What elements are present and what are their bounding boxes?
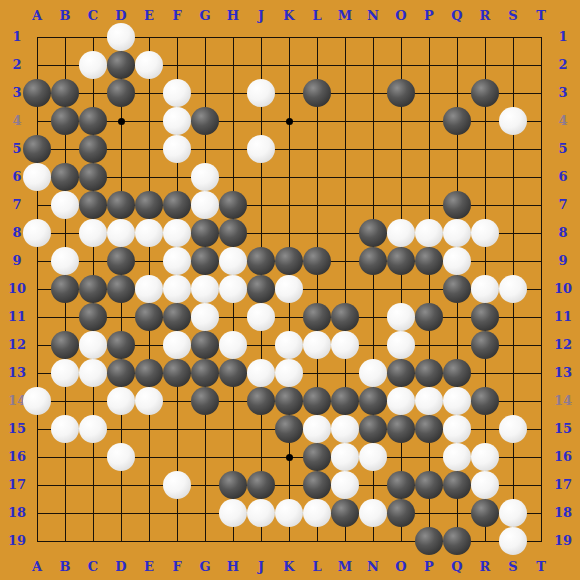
column-label-bottom: A [23,559,51,574]
column-label-top: N [359,8,387,23]
stone-white[interactable] [387,387,415,415]
stone-white[interactable] [163,331,191,359]
column-label-top: F [163,8,191,23]
stone-black[interactable] [275,247,303,275]
stone-black[interactable] [303,387,331,415]
column-label-bottom: T [527,559,555,574]
stone-black[interactable] [135,359,163,387]
stone-white[interactable] [331,471,359,499]
stone-black[interactable] [443,527,471,555]
stone-black[interactable] [163,359,191,387]
row-label-right: 11 [552,308,574,326]
row-label-left: 4 [6,112,28,130]
stone-black[interactable] [387,415,415,443]
stone-black[interactable] [387,247,415,275]
stone-white[interactable] [247,135,275,163]
stone-black[interactable] [387,359,415,387]
stone-black[interactable] [247,247,275,275]
stone-black[interactable] [387,79,415,107]
row-label-right: 10 [552,280,574,298]
stone-black[interactable] [51,163,79,191]
stone-white[interactable] [191,275,219,303]
stone-black[interactable] [387,499,415,527]
row-label-right: 1 [552,28,574,46]
stone-white[interactable] [443,219,471,247]
stone-white[interactable] [191,303,219,331]
stone-white[interactable] [163,471,191,499]
stone-black[interactable] [107,191,135,219]
stone-black[interactable] [79,275,107,303]
stone-black[interactable] [415,247,443,275]
stone-white[interactable] [107,443,135,471]
stone-white[interactable] [163,219,191,247]
column-label-bottom: K [275,559,303,574]
stone-black[interactable] [303,303,331,331]
stone-black[interactable] [163,303,191,331]
row-label-right: 4 [552,112,574,130]
stone-black[interactable] [79,107,107,135]
stone-white[interactable] [499,499,527,527]
column-label-bottom: Q [443,559,471,574]
row-label-right: 19 [552,532,574,550]
column-label-bottom: N [359,559,387,574]
row-label-left: 13 [6,364,28,382]
column-label-top: O [387,8,415,23]
stone-black[interactable] [275,387,303,415]
stone-black[interactable] [359,247,387,275]
row-label-right: 12 [552,336,574,354]
stone-white[interactable] [191,163,219,191]
stone-white[interactable] [303,415,331,443]
column-label-top: A [23,8,51,23]
star-point [286,118,293,125]
stone-black[interactable] [331,303,359,331]
column-label-top: G [191,8,219,23]
row-label-left: 10 [6,280,28,298]
stone-white[interactable] [443,247,471,275]
stone-white[interactable] [247,79,275,107]
stone-black[interactable] [79,303,107,331]
stone-black[interactable] [471,499,499,527]
stone-black[interactable] [135,303,163,331]
column-label-top: P [415,8,443,23]
stone-white[interactable] [275,275,303,303]
stone-white[interactable] [247,303,275,331]
row-label-left: 7 [6,196,28,214]
stone-white[interactable] [191,191,219,219]
stone-white[interactable] [443,415,471,443]
stone-black[interactable] [471,387,499,415]
stone-black[interactable] [415,303,443,331]
stone-black[interactable] [471,331,499,359]
stone-white[interactable] [303,499,331,527]
stone-black[interactable] [107,359,135,387]
stone-black[interactable] [107,275,135,303]
stone-black[interactable] [303,443,331,471]
stone-white[interactable] [163,107,191,135]
stone-black[interactable] [107,247,135,275]
stone-white[interactable] [387,331,415,359]
stone-black[interactable] [163,191,191,219]
column-label-top: R [471,8,499,23]
stone-black[interactable] [219,219,247,247]
row-label-right: 3 [552,84,574,102]
star-point [286,454,293,461]
stone-white[interactable] [163,135,191,163]
stone-black[interactable] [191,331,219,359]
column-label-bottom: B [51,559,79,574]
row-label-left: 12 [6,336,28,354]
stone-white[interactable] [219,331,247,359]
column-label-bottom: O [387,559,415,574]
column-label-top: Q [443,8,471,23]
stone-black[interactable] [443,107,471,135]
stone-white[interactable] [275,499,303,527]
row-label-left: 11 [6,308,28,326]
stone-white[interactable] [23,387,51,415]
row-label-right: 5 [552,140,574,158]
stone-white[interactable] [415,387,443,415]
row-label-left: 15 [6,420,28,438]
row-label-left: 2 [6,56,28,74]
stone-white[interactable] [23,163,51,191]
stone-black[interactable] [51,275,79,303]
stone-black[interactable] [359,415,387,443]
stone-white[interactable] [107,219,135,247]
stone-black[interactable] [79,163,107,191]
stone-white[interactable] [471,471,499,499]
stone-white[interactable] [135,51,163,79]
stone-black[interactable] [359,219,387,247]
stone-white[interactable] [275,359,303,387]
stone-white[interactable] [471,275,499,303]
go-board[interactable]: AABBCCDDEEFFGGHHJJKKLLMMNNOOPPQQRRSSTT11… [0,0,580,580]
stone-black[interactable] [191,247,219,275]
row-label-left: 1 [6,28,28,46]
column-label-bottom: P [415,559,443,574]
stone-black[interactable] [331,387,359,415]
stone-black[interactable] [79,135,107,163]
stone-black[interactable] [107,331,135,359]
column-label-bottom: G [191,559,219,574]
stone-white[interactable] [303,331,331,359]
row-label-right: 18 [552,504,574,522]
stone-white[interactable] [163,275,191,303]
stone-black[interactable] [303,79,331,107]
stone-black[interactable] [191,107,219,135]
stone-black[interactable] [191,359,219,387]
column-label-top: J [247,8,275,23]
column-label-bottom: D [107,559,135,574]
stone-black[interactable] [51,331,79,359]
column-label-top: M [331,8,359,23]
stone-white[interactable] [387,219,415,247]
stone-black[interactable] [107,79,135,107]
stone-white[interactable] [331,443,359,471]
column-label-top: C [79,8,107,23]
stone-black[interactable] [415,415,443,443]
stone-black[interactable] [247,387,275,415]
stone-white[interactable] [79,359,107,387]
stone-white[interactable] [499,415,527,443]
row-label-right: 17 [552,476,574,494]
stone-white[interactable] [415,219,443,247]
column-label-top: E [135,8,163,23]
stone-white[interactable] [359,443,387,471]
column-label-top: B [51,8,79,23]
stone-white[interactable] [499,107,527,135]
stone-white[interactable] [219,247,247,275]
stone-black[interactable] [443,359,471,387]
stone-black[interactable] [219,471,247,499]
stone-black[interactable] [51,79,79,107]
stone-white[interactable] [107,23,135,51]
column-label-bottom: C [79,559,107,574]
stone-white[interactable] [219,499,247,527]
stone-black[interactable] [415,471,443,499]
stone-white[interactable] [331,415,359,443]
stone-white[interactable] [51,191,79,219]
column-label-top: S [499,8,527,23]
stone-white[interactable] [51,247,79,275]
stone-white[interactable] [443,387,471,415]
stone-black[interactable] [443,275,471,303]
stone-black[interactable] [471,303,499,331]
stone-white[interactable] [499,275,527,303]
stone-white[interactable] [247,499,275,527]
stone-white[interactable] [359,359,387,387]
stone-black[interactable] [79,191,107,219]
stone-black[interactable] [135,191,163,219]
stone-black[interactable] [247,275,275,303]
stone-white[interactable] [387,303,415,331]
stone-black[interactable] [219,191,247,219]
column-label-bottom: L [303,559,331,574]
stone-black[interactable] [415,359,443,387]
stone-black[interactable] [415,527,443,555]
stone-white[interactable] [51,415,79,443]
row-label-right: 2 [552,56,574,74]
stone-white[interactable] [163,247,191,275]
column-label-bottom: J [247,559,275,574]
stone-white[interactable] [23,219,51,247]
stone-white[interactable] [471,219,499,247]
row-label-left: 16 [6,448,28,466]
row-label-right: 6 [552,168,574,186]
stone-black[interactable] [359,387,387,415]
row-label-right: 8 [552,224,574,242]
stone-white[interactable] [275,331,303,359]
row-label-left: 18 [6,504,28,522]
stone-white[interactable] [163,79,191,107]
stone-white[interactable] [331,331,359,359]
stone-white[interactable] [51,359,79,387]
stone-white[interactable] [79,331,107,359]
stone-black[interactable] [191,219,219,247]
row-label-left: 9 [6,252,28,270]
column-label-bottom: R [471,559,499,574]
stone-white[interactable] [219,275,247,303]
stone-black[interactable] [331,499,359,527]
stone-white[interactable] [135,219,163,247]
stone-white[interactable] [79,415,107,443]
stone-black[interactable] [247,471,275,499]
star-point [118,118,125,125]
stone-white[interactable] [443,443,471,471]
column-label-top: D [107,8,135,23]
column-label-bottom: F [163,559,191,574]
column-label-top: K [275,8,303,23]
stone-black[interactable] [191,387,219,415]
column-label-top: H [219,8,247,23]
stone-black[interactable] [23,79,51,107]
stone-black[interactable] [303,247,331,275]
stone-white[interactable] [471,443,499,471]
stone-black[interactable] [23,135,51,163]
column-label-top: L [303,8,331,23]
stone-black[interactable] [443,471,471,499]
row-label-right: 16 [552,448,574,466]
row-label-right: 13 [552,364,574,382]
row-label-right: 9 [552,252,574,270]
stone-white[interactable] [135,275,163,303]
stone-black[interactable] [275,415,303,443]
stone-black[interactable] [51,107,79,135]
row-label-left: 19 [6,532,28,550]
column-label-bottom: E [135,559,163,574]
stone-white[interactable] [135,387,163,415]
stone-black[interactable] [107,51,135,79]
stone-white[interactable] [107,387,135,415]
stone-white[interactable] [499,527,527,555]
stone-black[interactable] [303,471,331,499]
row-label-right: 7 [552,196,574,214]
column-label-bottom: H [219,559,247,574]
stone-black[interactable] [471,79,499,107]
row-label-right: 15 [552,420,574,438]
column-label-bottom: M [331,559,359,574]
stone-white[interactable] [79,219,107,247]
column-label-bottom: S [499,559,527,574]
stone-white[interactable] [79,51,107,79]
stone-white[interactable] [247,359,275,387]
stone-black[interactable] [219,359,247,387]
column-label-top: T [527,8,555,23]
stone-black[interactable] [387,471,415,499]
row-label-left: 17 [6,476,28,494]
stone-white[interactable] [359,499,387,527]
stone-black[interactable] [443,191,471,219]
row-label-right: 14 [552,392,574,410]
